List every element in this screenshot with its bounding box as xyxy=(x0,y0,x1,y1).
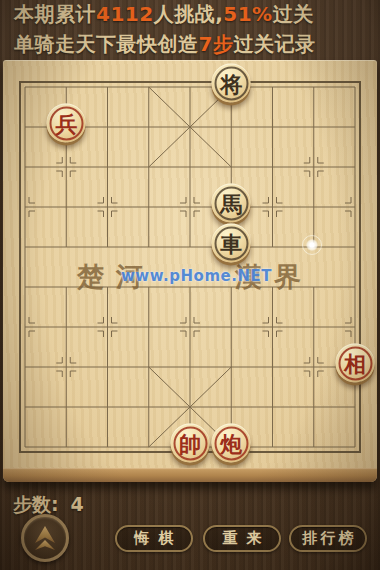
black-chariot[interactable]: 車 xyxy=(212,224,251,263)
record-line: 单骑走天下最快创造7步过关记录 xyxy=(14,31,315,58)
piece-character: 将 xyxy=(220,72,242,94)
highlight-text: 7步 xyxy=(199,32,234,56)
black-general[interactable]: 将 xyxy=(212,64,251,103)
restart-button[interactable]: 重来 xyxy=(203,525,281,552)
piece-character: 炮 xyxy=(220,432,242,454)
piece-character: 帥 xyxy=(179,432,201,454)
piece-character: 相 xyxy=(344,352,366,374)
info-text: 人挑战, xyxy=(154,2,224,26)
red-cannon[interactable]: 炮 xyxy=(212,424,251,463)
info-text: 过关记录 xyxy=(233,32,315,56)
sparkle-core xyxy=(306,239,318,251)
xiangqi-board[interactable]: 楚河 漢界 www.pHome.NET 将兵馬車相帥炮 xyxy=(3,60,377,482)
info-text: 单骑走天下最快创造 xyxy=(14,32,199,56)
steps-label: 步数: xyxy=(13,493,59,515)
leaderboard-button[interactable]: 排行榜 xyxy=(289,525,367,552)
black-horse[interactable]: 馬 xyxy=(212,184,251,223)
highlight-text: 51% xyxy=(223,2,272,26)
collapse-panel-button[interactable] xyxy=(21,514,69,562)
highlight-text: 4112 xyxy=(96,2,154,26)
piece-character: 馬 xyxy=(220,192,242,214)
red-soldier[interactable]: 兵 xyxy=(47,104,86,143)
info-text: 本期累计 xyxy=(14,2,96,26)
undo-move-button[interactable]: 悔棋 xyxy=(115,525,193,552)
stats-line: 本期累计4112人挑战,51%过关 xyxy=(14,1,314,28)
chevron-up-icon xyxy=(35,540,55,550)
red-elephant[interactable]: 相 xyxy=(336,344,375,383)
watermark: www.pHome.NET xyxy=(121,267,272,285)
info-text: 过关 xyxy=(273,2,314,26)
piece-character: 車 xyxy=(220,232,242,254)
tap-sparkle-effect xyxy=(301,234,323,256)
steps-value: 4 xyxy=(71,493,84,515)
piece-character: 兵 xyxy=(55,112,77,134)
red-general[interactable]: 帥 xyxy=(171,424,210,463)
